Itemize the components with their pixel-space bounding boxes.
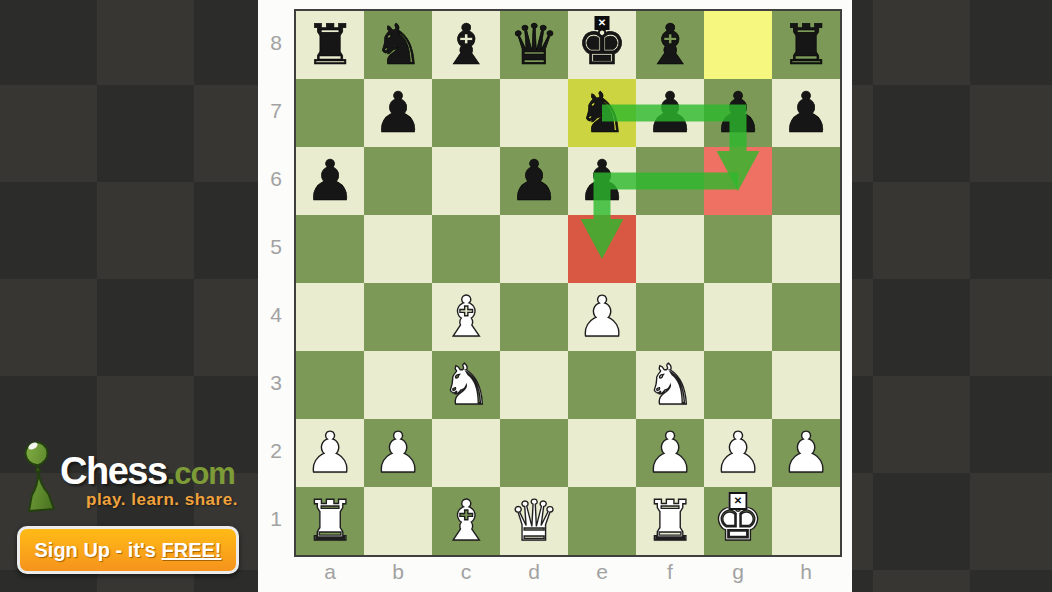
square-f2[interactable]: ♟ xyxy=(636,419,704,487)
black-bishop[interactable]: ♝ xyxy=(441,17,491,73)
square-d7[interactable] xyxy=(500,79,568,147)
white-bishop[interactable]: ♝ xyxy=(441,493,491,549)
square-f3[interactable]: ♞ xyxy=(636,351,704,419)
rank-label-7: 7 xyxy=(258,77,294,145)
file-label-c: c xyxy=(432,554,500,590)
square-b6[interactable] xyxy=(364,147,432,215)
file-label-d: d xyxy=(500,554,568,590)
king-cross-icon: ✕ xyxy=(595,16,610,30)
square-d1[interactable]: ♛ xyxy=(500,487,568,555)
rank-label-1: 1 xyxy=(258,485,294,553)
square-a6[interactable]: ♟ xyxy=(296,147,364,215)
white-pawn[interactable]: ♟ xyxy=(305,425,355,481)
square-h3[interactable] xyxy=(772,351,840,419)
black-knight[interactable]: ♞ xyxy=(577,85,627,141)
square-h7[interactable]: ♟ xyxy=(772,79,840,147)
square-b3[interactable] xyxy=(364,351,432,419)
rank-labels: 87654321 xyxy=(258,9,294,553)
file-label-a: a xyxy=(296,554,364,590)
square-g8[interactable] xyxy=(704,11,772,79)
square-b2[interactable]: ♟ xyxy=(364,419,432,487)
white-pawn[interactable]: ♟ xyxy=(577,289,627,345)
square-e4[interactable]: ♟ xyxy=(568,283,636,351)
square-b7[interactable]: ♟ xyxy=(364,79,432,147)
black-pawn[interactable]: ♟ xyxy=(577,153,627,209)
black-pawn[interactable]: ♟ xyxy=(305,153,355,209)
black-pawn[interactable]: ♟ xyxy=(509,153,559,209)
square-c7[interactable] xyxy=(432,79,500,147)
file-label-e: e xyxy=(568,554,636,590)
square-e6[interactable]: ♟ xyxy=(568,147,636,215)
white-pawn[interactable]: ♟ xyxy=(645,425,695,481)
brand-tld: .com xyxy=(167,456,235,492)
square-e8[interactable]: ♚✕ xyxy=(568,11,636,79)
square-c6[interactable] xyxy=(432,147,500,215)
square-b4[interactable] xyxy=(364,283,432,351)
square-g3[interactable] xyxy=(704,351,772,419)
sign-up-label: Sign Up - it's xyxy=(35,539,162,562)
square-b5[interactable] xyxy=(364,215,432,283)
square-d5[interactable] xyxy=(500,215,568,283)
black-pawn[interactable]: ♟ xyxy=(645,85,695,141)
square-h8[interactable]: ♜ xyxy=(772,11,840,79)
square-a1[interactable]: ♜ xyxy=(296,487,364,555)
square-a8[interactable]: ♜ xyxy=(296,11,364,79)
square-f7[interactable]: ♟ xyxy=(636,79,704,147)
square-h6[interactable] xyxy=(772,147,840,215)
rank-label-3: 3 xyxy=(258,349,294,417)
square-c5[interactable] xyxy=(432,215,500,283)
black-knight[interactable]: ♞ xyxy=(373,17,423,73)
white-knight[interactable]: ♞ xyxy=(441,357,491,413)
white-pawn[interactable]: ♟ xyxy=(781,425,831,481)
square-e7[interactable]: ♞ xyxy=(568,79,636,147)
file-label-b: b xyxy=(364,554,432,590)
black-rook[interactable]: ♜ xyxy=(305,17,355,73)
square-e5[interactable] xyxy=(568,215,636,283)
square-d2[interactable] xyxy=(500,419,568,487)
square-h2[interactable]: ♟ xyxy=(772,419,840,487)
square-c8[interactable]: ♝ xyxy=(432,11,500,79)
white-pawn[interactable]: ♟ xyxy=(373,425,423,481)
rank-label-5: 5 xyxy=(258,213,294,281)
board-panel: 87654321 abcdefgh ♜♞♝♛♚✕♝♜♟♞♟♟♟♟♟♟♝♟♞♞♟♟… xyxy=(258,0,852,592)
rank-label-6: 6 xyxy=(258,145,294,213)
logo-tagline: play. learn. share. xyxy=(86,490,238,510)
square-g7[interactable]: ♟ xyxy=(704,79,772,147)
square-c3[interactable]: ♞ xyxy=(432,351,500,419)
square-g2[interactable]: ♟ xyxy=(704,419,772,487)
black-pawn[interactable]: ♟ xyxy=(781,85,831,141)
file-label-f: f xyxy=(636,554,704,590)
square-a5[interactable] xyxy=(296,215,364,283)
chesscom-pawn-icon xyxy=(16,436,64,518)
square-g5[interactable] xyxy=(704,215,772,283)
video-frame: 87654321 abcdefgh ♜♞♝♛♚✕♝♜♟♞♟♟♟♟♟♟♝♟♞♞♟♟… xyxy=(0,0,1052,592)
square-h1[interactable] xyxy=(772,487,840,555)
sign-up-button[interactable]: Sign Up - it's FREE! xyxy=(17,526,239,574)
square-c4[interactable]: ♝ xyxy=(432,283,500,351)
square-g4[interactable] xyxy=(704,283,772,351)
rank-label-2: 2 xyxy=(258,417,294,485)
brand-name: Chess xyxy=(60,450,167,493)
square-f1[interactable]: ♜ xyxy=(636,487,704,555)
white-rook[interactable]: ♜ xyxy=(305,493,355,549)
king-cross-icon: ✕ xyxy=(729,492,748,510)
square-d8[interactable]: ♛ xyxy=(500,11,568,79)
chess-board[interactable]: ♜♞♝♛♚✕♝♜♟♞♟♟♟♟♟♟♝♟♞♞♟♟♟♟♟♜♝♛♜♚✕ xyxy=(294,9,842,557)
square-g1[interactable]: ♚✕ xyxy=(704,487,772,555)
black-pawn[interactable]: ♟ xyxy=(373,85,423,141)
square-f5[interactable] xyxy=(636,215,704,283)
square-h5[interactable] xyxy=(772,215,840,283)
square-e3[interactable] xyxy=(568,351,636,419)
square-g6[interactable] xyxy=(704,147,772,215)
white-knight[interactable]: ♞ xyxy=(645,357,695,413)
square-f8[interactable]: ♝ xyxy=(636,11,704,79)
file-labels: abcdefgh xyxy=(296,554,840,590)
square-c1[interactable]: ♝ xyxy=(432,487,500,555)
black-queen[interactable]: ♛ xyxy=(509,17,559,73)
square-a3[interactable] xyxy=(296,351,364,419)
square-e2[interactable] xyxy=(568,419,636,487)
square-h4[interactable] xyxy=(772,283,840,351)
file-label-g: g xyxy=(704,554,772,590)
square-e1[interactable] xyxy=(568,487,636,555)
square-d3[interactable] xyxy=(500,351,568,419)
rank-label-4: 4 xyxy=(258,281,294,349)
square-a7[interactable] xyxy=(296,79,364,147)
rank-label-8: 8 xyxy=(258,9,294,77)
square-a4[interactable] xyxy=(296,283,364,351)
white-bishop[interactable]: ♝ xyxy=(441,289,491,345)
sign-up-free-label: FREE! xyxy=(161,539,221,562)
square-b8[interactable]: ♞ xyxy=(364,11,432,79)
square-b1[interactable] xyxy=(364,487,432,555)
square-d4[interactable] xyxy=(500,283,568,351)
square-f6[interactable] xyxy=(636,147,704,215)
black-pawn[interactable]: ♟ xyxy=(713,85,763,141)
white-pawn[interactable]: ♟ xyxy=(713,425,763,481)
square-a2[interactable]: ♟ xyxy=(296,419,364,487)
square-c2[interactable] xyxy=(432,419,500,487)
black-rook[interactable]: ♜ xyxy=(781,17,831,73)
white-queen[interactable]: ♛ xyxy=(509,493,559,549)
square-f4[interactable] xyxy=(636,283,704,351)
white-rook[interactable]: ♜ xyxy=(645,493,695,549)
black-bishop[interactable]: ♝ xyxy=(645,17,695,73)
square-d6[interactable]: ♟ xyxy=(500,147,568,215)
file-label-h: h xyxy=(772,554,840,590)
